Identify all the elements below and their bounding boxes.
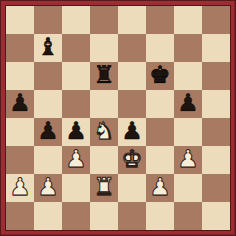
black-rook-piece: ♜ [93,62,115,89]
square-g6[interactable] [174,62,202,90]
black-pawn-piece: ♟ [121,118,143,145]
square-f5[interactable] [146,90,174,118]
square-h6[interactable] [202,62,230,90]
square-b7[interactable]: ♝ [34,34,62,62]
square-b4[interactable]: ♟ [34,118,62,146]
square-h5[interactable] [202,90,230,118]
square-a3[interactable] [6,146,34,174]
square-b5[interactable] [34,90,62,118]
square-a6[interactable] [6,62,34,90]
square-d7[interactable] [90,34,118,62]
square-e3[interactable]: ♚ [118,146,146,174]
square-g8[interactable] [174,6,202,34]
square-f8[interactable] [146,6,174,34]
black-king-piece: ♚ [149,62,171,89]
square-d8[interactable] [90,6,118,34]
black-bishop-piece: ♝ [37,34,59,61]
square-g2[interactable] [174,174,202,202]
board-frame: ♝♜♚♟♟♟♟♞♟♟♚♟♟♟♜♟ [0,0,236,236]
square-e2[interactable] [118,174,146,202]
square-d1[interactable] [90,202,118,230]
square-f7[interactable] [146,34,174,62]
black-pawn-piece: ♟ [9,90,31,117]
square-d5[interactable] [90,90,118,118]
square-e5[interactable] [118,90,146,118]
square-b8[interactable] [34,6,62,34]
square-c1[interactable] [62,202,90,230]
square-e4[interactable]: ♟ [118,118,146,146]
square-d6[interactable]: ♜ [90,62,118,90]
square-e7[interactable] [118,34,146,62]
black-pawn-piece: ♟ [37,118,59,145]
square-c5[interactable] [62,90,90,118]
square-e8[interactable] [118,6,146,34]
square-c7[interactable] [62,34,90,62]
square-e6[interactable] [118,62,146,90]
white-pawn-piece: ♟ [65,146,87,173]
white-pawn-piece: ♟ [37,174,59,201]
black-pawn-piece: ♟ [177,90,199,117]
white-rook-piece: ♜ [93,174,115,201]
square-h8[interactable] [202,6,230,34]
chess-board: ♝♜♚♟♟♟♟♞♟♟♚♟♟♟♜♟ [6,6,230,230]
square-b6[interactable] [34,62,62,90]
square-d2[interactable]: ♜ [90,174,118,202]
square-g7[interactable] [174,34,202,62]
square-c8[interactable] [62,6,90,34]
black-pawn-piece: ♟ [65,118,87,145]
square-a8[interactable] [6,6,34,34]
square-f2[interactable]: ♟ [146,174,174,202]
square-b2[interactable]: ♟ [34,174,62,202]
square-f6[interactable]: ♚ [146,62,174,90]
square-f3[interactable] [146,146,174,174]
square-c2[interactable] [62,174,90,202]
square-g1[interactable] [174,202,202,230]
square-h3[interactable] [202,146,230,174]
square-e1[interactable] [118,202,146,230]
white-knight-piece: ♞ [93,118,115,145]
square-a2[interactable]: ♟ [6,174,34,202]
square-g3[interactable]: ♟ [174,146,202,174]
square-h4[interactable] [202,118,230,146]
square-c6[interactable] [62,62,90,90]
square-f4[interactable] [146,118,174,146]
square-a7[interactable] [6,34,34,62]
square-a1[interactable] [6,202,34,230]
square-c3[interactable]: ♟ [62,146,90,174]
square-g4[interactable] [174,118,202,146]
square-b1[interactable] [34,202,62,230]
square-b3[interactable] [34,146,62,174]
square-d4[interactable]: ♞ [90,118,118,146]
square-d3[interactable] [90,146,118,174]
white-pawn-piece: ♟ [177,146,199,173]
white-king-piece: ♚ [121,146,143,173]
white-pawn-piece: ♟ [149,174,171,201]
square-a5[interactable]: ♟ [6,90,34,118]
square-g5[interactable]: ♟ [174,90,202,118]
square-h2[interactable] [202,174,230,202]
square-a4[interactable] [6,118,34,146]
square-c4[interactable]: ♟ [62,118,90,146]
white-pawn-piece: ♟ [9,174,31,201]
square-f1[interactable] [146,202,174,230]
square-h7[interactable] [202,34,230,62]
square-h1[interactable] [202,202,230,230]
